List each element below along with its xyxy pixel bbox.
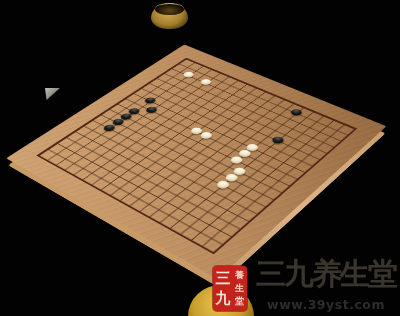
black-stone bbox=[289, 108, 304, 117]
black-stone bbox=[144, 106, 159, 114]
brand-calligraphy: 三九养生堂 bbox=[254, 254, 398, 295]
white-stone bbox=[182, 71, 196, 79]
seal-char: 九 bbox=[216, 289, 231, 308]
watermark-seal: 三 九 養 生 堂 bbox=[213, 266, 247, 311]
go-board-3d bbox=[6, 44, 386, 279]
seal-char: 堂 bbox=[235, 297, 244, 306]
seal-char: 生 bbox=[235, 284, 244, 293]
gray-object bbox=[45, 88, 60, 100]
watermark-url: www.39yst.com bbox=[254, 297, 398, 312]
scene: 三 九 養 生 堂 三九养生堂 www.39yst.com bbox=[0, 0, 400, 316]
seal-left-column: 三 九 bbox=[213, 266, 233, 311]
white-stone bbox=[199, 78, 213, 86]
seal-right-column: 養 生 堂 bbox=[233, 266, 246, 311]
board-surface bbox=[6, 44, 386, 279]
black-stone bbox=[270, 135, 286, 144]
go-grid bbox=[36, 58, 357, 255]
seal-char: 養 bbox=[235, 271, 244, 280]
go-board bbox=[56, 0, 340, 284]
black-stone bbox=[143, 96, 158, 104]
seal-char: 三 bbox=[216, 269, 231, 288]
